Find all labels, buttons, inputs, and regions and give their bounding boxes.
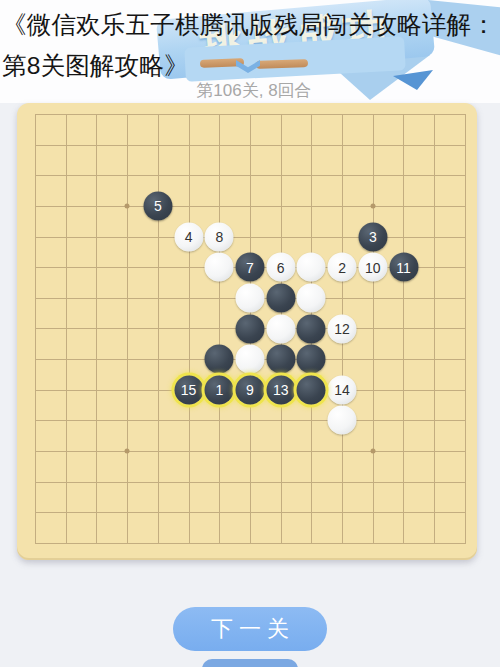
board-cell (97, 299, 128, 330)
stone-black (297, 375, 326, 404)
partially-visible-button[interactable] (202, 659, 298, 667)
board-cell (190, 299, 221, 330)
board-cell (159, 329, 190, 360)
board-cell (282, 146, 313, 177)
board-cell (404, 513, 435, 544)
stone-white (297, 283, 326, 312)
board-cell (159, 115, 190, 146)
board-cell (128, 391, 159, 422)
board-cell (36, 452, 67, 483)
board-cell (435, 176, 466, 207)
board-cell (374, 299, 405, 330)
board-cell (128, 452, 159, 483)
board-cell (343, 146, 374, 177)
board-cell (220, 483, 251, 514)
board-cell (251, 483, 282, 514)
board-cell (36, 329, 67, 360)
stone-white-8: 8 (205, 222, 234, 251)
board-cell (435, 146, 466, 177)
board-cell (251, 513, 282, 544)
board-cell (312, 452, 343, 483)
star-point (370, 203, 375, 208)
board-cell (343, 513, 374, 544)
board-cell (97, 421, 128, 452)
board-cell (251, 207, 282, 238)
board-cell (190, 146, 221, 177)
board-cell (435, 329, 466, 360)
stone-white-10: 10 (358, 253, 387, 282)
board-cell (97, 176, 128, 207)
board-cell (404, 207, 435, 238)
stone-black-1: 1 (205, 375, 234, 404)
board-cell (312, 513, 343, 544)
board-cell (374, 483, 405, 514)
board-cell (36, 360, 67, 391)
stone-black-9: 9 (235, 375, 264, 404)
board-cell (190, 452, 221, 483)
stone-black-7: 7 (235, 253, 264, 282)
board-cell (220, 115, 251, 146)
board-cell (36, 421, 67, 452)
board-cell (343, 176, 374, 207)
board-cell (97, 452, 128, 483)
board-cell (251, 421, 282, 452)
board-cell (190, 513, 221, 544)
board-cell (404, 452, 435, 483)
stone-white (328, 406, 357, 435)
board-cell (36, 238, 67, 269)
board-cell (97, 513, 128, 544)
page-title: 《微信欢乐五子棋腾讯版残局闯关攻略详解： 第8关图解攻略》 (2, 5, 496, 86)
board-cell (36, 391, 67, 422)
board-cell (97, 360, 128, 391)
board-cell (282, 452, 313, 483)
board-cell (220, 421, 251, 452)
board-cell (435, 360, 466, 391)
board-cell (251, 176, 282, 207)
board-cell (190, 483, 221, 514)
board-cell (374, 176, 405, 207)
board-cell (282, 483, 313, 514)
stone-white (297, 253, 326, 282)
board-cell (36, 268, 67, 299)
board-cell (312, 176, 343, 207)
board-cell (435, 299, 466, 330)
board-cell (36, 513, 67, 544)
board-cell (251, 452, 282, 483)
board-cell (220, 146, 251, 177)
board-cell (128, 299, 159, 330)
board-cell (374, 146, 405, 177)
board-cell (67, 513, 98, 544)
board-cell (67, 115, 98, 146)
board-cell (128, 238, 159, 269)
board-cell (404, 391, 435, 422)
stone-black (266, 283, 295, 312)
stone-white (235, 345, 264, 374)
board-cell (128, 146, 159, 177)
board-cell (374, 513, 405, 544)
board-cell (404, 421, 435, 452)
board-cell (36, 299, 67, 330)
stone-white-14: 14 (328, 375, 357, 404)
stone-black (297, 345, 326, 374)
board-cell (435, 115, 466, 146)
board-cell (67, 329, 98, 360)
stone-black-11: 11 (389, 253, 418, 282)
board-cell (159, 146, 190, 177)
board-cell (404, 146, 435, 177)
board-cell (435, 391, 466, 422)
board-cell (128, 329, 159, 360)
board-cell (97, 115, 128, 146)
board-cell (67, 268, 98, 299)
board-cell (67, 146, 98, 177)
board-cell (67, 360, 98, 391)
board-cell (282, 207, 313, 238)
board-cell (404, 329, 435, 360)
board-cell (159, 452, 190, 483)
stone-black-5: 5 (143, 191, 172, 220)
board-cell (36, 115, 67, 146)
board-cell (220, 452, 251, 483)
board-cell (435, 421, 466, 452)
board-cell (159, 299, 190, 330)
board-cell (97, 483, 128, 514)
stone-black (235, 314, 264, 343)
board-cell (312, 146, 343, 177)
board-cell (404, 115, 435, 146)
stone-white-2: 2 (328, 253, 357, 282)
stone-white (205, 253, 234, 282)
board-cell (435, 452, 466, 483)
board-cell (251, 115, 282, 146)
board-cell (67, 483, 98, 514)
board-cell (97, 207, 128, 238)
board-cell (67, 238, 98, 269)
board-cell (404, 360, 435, 391)
board-cell (128, 268, 159, 299)
board-cell (374, 329, 405, 360)
board-cell (312, 483, 343, 514)
stone-black (205, 345, 234, 374)
board-cell (128, 483, 159, 514)
star-point (125, 449, 130, 454)
board-cell (312, 207, 343, 238)
board-cell (282, 115, 313, 146)
board-cell (190, 115, 221, 146)
board-cell (159, 513, 190, 544)
board-cell (251, 146, 282, 177)
next-level-button[interactable]: 下一关 (173, 607, 327, 651)
board-cell (435, 483, 466, 514)
board-cell (36, 483, 67, 514)
board-cell (435, 207, 466, 238)
stone-black-13: 13 (266, 375, 295, 404)
board-cell (404, 483, 435, 514)
page-title-line1: 《微信欢乐五子棋腾讯版残局闯关攻略详解： (2, 5, 496, 46)
board-cell (374, 421, 405, 452)
board-cell (404, 299, 435, 330)
board-cell (67, 299, 98, 330)
board-cell (282, 421, 313, 452)
stone-black-3: 3 (358, 222, 387, 251)
board-cell (128, 513, 159, 544)
board-cell (128, 421, 159, 452)
screen: 挑战成功 第106关, 8回合 《微信欢乐五子棋腾讯版残局闯关攻略详解： 第8关… (0, 0, 500, 667)
gomoku-board: 548376210111215191314 (17, 103, 477, 560)
stone-white (235, 283, 264, 312)
board-cell (312, 115, 343, 146)
star-point (125, 203, 130, 208)
board-cell (128, 360, 159, 391)
board-cell (36, 207, 67, 238)
board-cell (36, 146, 67, 177)
board-cell (36, 176, 67, 207)
stone-black (266, 345, 295, 374)
board-cell (220, 513, 251, 544)
board-cell (159, 483, 190, 514)
board-cell (374, 391, 405, 422)
board-cell (97, 391, 128, 422)
board-cell (97, 146, 128, 177)
board-cell (282, 176, 313, 207)
board-cell (435, 268, 466, 299)
stone-black (297, 314, 326, 343)
board-cell (220, 176, 251, 207)
board-cell (374, 115, 405, 146)
stone-white (266, 314, 295, 343)
board-cell (190, 421, 221, 452)
stone-black-15: 15 (174, 375, 203, 404)
board-cell (128, 115, 159, 146)
board-cell (67, 421, 98, 452)
board-cell (435, 238, 466, 269)
board-cell (67, 452, 98, 483)
board-cell (67, 176, 98, 207)
board-cell (159, 421, 190, 452)
board-cell (374, 360, 405, 391)
board-cell (404, 176, 435, 207)
board-cell (97, 238, 128, 269)
board-cell (343, 483, 374, 514)
star-point (370, 449, 375, 454)
board-cell (159, 268, 190, 299)
board-cell (97, 268, 128, 299)
board-cell (282, 513, 313, 544)
board-cell (190, 176, 221, 207)
board-cell (97, 329, 128, 360)
board-cell (435, 513, 466, 544)
board-cell (343, 115, 374, 146)
page-title-line2: 第8关图解攻略》 (2, 46, 496, 87)
board-cell (343, 452, 374, 483)
board-cell (67, 207, 98, 238)
board-cell (67, 391, 98, 422)
stone-white-6: 6 (266, 253, 295, 282)
stone-white-4: 4 (174, 222, 203, 251)
board-cell (374, 452, 405, 483)
stone-white-12: 12 (328, 314, 357, 343)
